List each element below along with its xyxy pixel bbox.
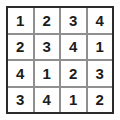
cell-r2c4[interactable]: 1 bbox=[88, 35, 113, 60]
sudoku-board: 1 2 3 4 2 3 4 1 4 1 2 3 3 4 1 2 bbox=[6, 6, 114, 114]
cell-r4c3[interactable]: 1 bbox=[61, 88, 86, 113]
cell-r2c1[interactable]: 2 bbox=[8, 35, 33, 60]
cell-r1c3[interactable]: 3 bbox=[61, 8, 86, 33]
cell-r4c1[interactable]: 3 bbox=[8, 88, 33, 113]
cell-r2c3[interactable]: 4 bbox=[61, 35, 86, 60]
cell-r1c4[interactable]: 4 bbox=[88, 8, 113, 33]
cell-r3c4[interactable]: 3 bbox=[88, 61, 113, 86]
cell-r4c4[interactable]: 2 bbox=[88, 88, 113, 113]
cell-r4c2[interactable]: 4 bbox=[35, 88, 60, 113]
cell-r2c2[interactable]: 3 bbox=[35, 35, 60, 60]
cell-r1c1[interactable]: 1 bbox=[8, 8, 33, 33]
board-container: 1 2 3 4 2 3 4 1 4 1 2 3 3 4 1 2 bbox=[0, 0, 120, 120]
cell-r3c1[interactable]: 4 bbox=[8, 61, 33, 86]
cell-r3c2[interactable]: 1 bbox=[35, 61, 60, 86]
cell-r3c3[interactable]: 2 bbox=[61, 61, 86, 86]
cell-r1c2[interactable]: 2 bbox=[35, 8, 60, 33]
